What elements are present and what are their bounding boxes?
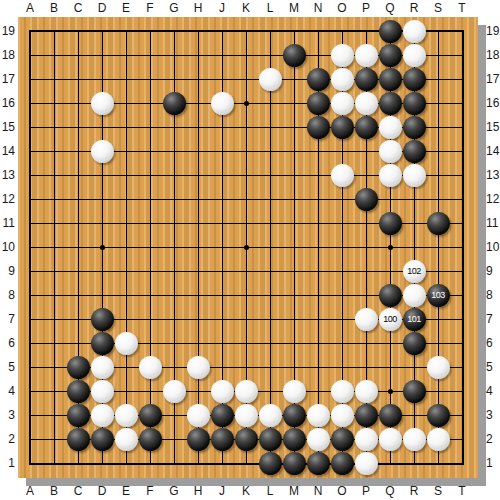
- coord-label-bottom-B: B: [42, 484, 66, 498]
- coord-label-right-15: 15: [486, 120, 500, 134]
- white-stone-R19: [403, 20, 426, 43]
- white-stone-P7: [355, 308, 378, 331]
- coord-label-right-7: 7: [486, 312, 500, 326]
- black-stone-J3: [211, 404, 234, 427]
- black-stone-M18: [283, 44, 306, 67]
- white-stone-E6: [115, 332, 138, 355]
- white-stone-E3: [115, 404, 138, 427]
- coord-label-top-L: L: [258, 1, 282, 15]
- coord-label-bottom-S: S: [426, 484, 450, 498]
- black-stone-Q18: [379, 44, 402, 67]
- coord-label-bottom-M: M: [282, 484, 306, 498]
- black-stone-Q8: [379, 284, 402, 307]
- black-stone-N15: [307, 116, 330, 139]
- black-stone-S8: 103: [427, 284, 450, 307]
- grid-line-vertical: [270, 31, 271, 464]
- coord-label-bottom-C: C: [66, 484, 90, 498]
- black-stone-P15: [355, 116, 378, 139]
- coord-label-right-13: 13: [486, 168, 500, 182]
- black-stone-L2: [259, 428, 282, 451]
- white-stone-O16: [331, 92, 354, 115]
- coord-label-bottom-A: A: [18, 484, 42, 498]
- black-stone-R6: [403, 332, 426, 355]
- black-stone-Q11: [379, 212, 402, 235]
- coord-label-right-5: 5: [486, 360, 500, 374]
- coord-label-bottom-P: P: [354, 484, 378, 498]
- coord-label-left-12: 12: [0, 192, 15, 206]
- white-stone-E2: [115, 428, 138, 451]
- black-stone-S11: [427, 212, 450, 235]
- white-stone-S2: [427, 428, 450, 451]
- black-stone-Q19: [379, 20, 402, 43]
- coord-label-left-5: 5: [0, 360, 15, 374]
- coord-label-top-C: C: [66, 1, 90, 15]
- black-stone-Q3: [379, 404, 402, 427]
- black-stone-C5: [67, 356, 90, 379]
- coord-label-top-E: E: [114, 1, 138, 15]
- coord-label-bottom-J: J: [210, 484, 234, 498]
- white-stone-H3: [187, 404, 210, 427]
- coord-label-right-14: 14: [486, 144, 500, 158]
- grid-line-vertical: [462, 31, 463, 464]
- white-stone-R18: [403, 44, 426, 67]
- black-stone-M1: [283, 452, 306, 475]
- coord-label-left-7: 7: [0, 312, 15, 326]
- coord-label-bottom-T: T: [450, 484, 474, 498]
- black-stone-R4: [403, 380, 426, 403]
- coord-label-top-A: A: [18, 1, 42, 15]
- star-point: [388, 389, 393, 394]
- coord-label-top-Q: Q: [378, 1, 402, 15]
- coord-label-bottom-Q: Q: [378, 484, 402, 498]
- white-stone-O18: [331, 44, 354, 67]
- coord-label-right-4: 4: [486, 384, 500, 398]
- coord-label-left-18: 18: [0, 48, 15, 62]
- black-stone-C3: [67, 404, 90, 427]
- coord-label-top-G: G: [162, 1, 186, 15]
- white-stone-K4: [235, 380, 258, 403]
- black-stone-D2: [91, 428, 114, 451]
- star-point: [388, 245, 393, 250]
- white-stone-P18: [355, 44, 378, 67]
- white-stone-P4: [355, 380, 378, 403]
- white-stone-D16: [91, 92, 114, 115]
- coord-label-bottom-D: D: [90, 484, 114, 498]
- coord-label-right-3: 3: [486, 408, 500, 422]
- coord-label-bottom-O: O: [330, 484, 354, 498]
- white-stone-G4: [163, 380, 186, 403]
- coord-label-bottom-F: F: [138, 484, 162, 498]
- black-stone-L1: [259, 452, 282, 475]
- coord-label-left-11: 11: [0, 216, 15, 230]
- black-stone-P12: [355, 188, 378, 211]
- coord-label-left-6: 6: [0, 336, 15, 350]
- coord-label-bottom-L: L: [258, 484, 282, 498]
- coord-label-left-19: 19: [0, 24, 15, 38]
- coord-label-bottom-K: K: [234, 484, 258, 498]
- coord-label-left-9: 9: [0, 264, 15, 278]
- coord-label-top-T: T: [450, 1, 474, 15]
- white-stone-D3: [91, 404, 114, 427]
- white-stone-R13: [403, 164, 426, 187]
- white-stone-P16: [355, 92, 378, 115]
- coord-label-right-17: 17: [486, 72, 500, 86]
- black-stone-Q16: [379, 92, 402, 115]
- move-number-label: 103: [431, 291, 445, 300]
- black-stone-M3: [283, 404, 306, 427]
- coord-label-left-4: 4: [0, 384, 15, 398]
- coord-label-left-17: 17: [0, 72, 15, 86]
- black-stone-N17: [307, 68, 330, 91]
- black-stone-F2: [139, 428, 162, 451]
- star-point: [244, 245, 249, 250]
- coord-label-bottom-E: E: [114, 484, 138, 498]
- grid-line-horizontal: [30, 271, 463, 272]
- coord-label-left-15: 15: [0, 120, 15, 134]
- move-number-label: 100: [383, 315, 397, 324]
- black-stone-R7: 101: [403, 308, 426, 331]
- coord-label-right-16: 16: [486, 96, 500, 110]
- black-stone-R17: [403, 68, 426, 91]
- black-stone-M2: [283, 428, 306, 451]
- coord-label-left-16: 16: [0, 96, 15, 110]
- white-stone-O17: [331, 68, 354, 91]
- coord-label-right-6: 6: [486, 336, 500, 350]
- coord-label-bottom-H: H: [186, 484, 210, 498]
- black-stone-S3: [427, 404, 450, 427]
- coord-label-right-10: 10: [486, 240, 500, 254]
- coord-label-right-19: 19: [486, 24, 500, 38]
- coord-label-top-B: B: [42, 1, 66, 15]
- white-stone-D4: [91, 380, 114, 403]
- white-stone-P1: [355, 452, 378, 475]
- white-stone-L17: [259, 68, 282, 91]
- star-point: [244, 101, 249, 106]
- black-stone-P17: [355, 68, 378, 91]
- black-stone-R14: [403, 140, 426, 163]
- white-stone-J4: [211, 380, 234, 403]
- white-stone-N2: [307, 428, 330, 451]
- white-stone-O13: [331, 164, 354, 187]
- coord-label-top-R: R: [402, 1, 426, 15]
- black-stone-R16: [403, 92, 426, 115]
- grid-line-vertical: [438, 31, 439, 464]
- coord-label-bottom-G: G: [162, 484, 186, 498]
- black-stone-F3: [139, 404, 162, 427]
- white-stone-N3: [307, 404, 330, 427]
- white-stone-Q7: 100: [379, 308, 402, 331]
- coord-label-left-8: 8: [0, 288, 15, 302]
- white-stone-F5: [139, 356, 162, 379]
- coord-label-top-P: P: [354, 1, 378, 15]
- white-stone-P2: [355, 428, 378, 451]
- white-stone-M4: [283, 380, 306, 403]
- white-stone-J16: [211, 92, 234, 115]
- white-stone-K3: [235, 404, 258, 427]
- black-stone-J2: [211, 428, 234, 451]
- coord-label-right-11: 11: [486, 216, 500, 230]
- move-number-label: 102: [407, 267, 421, 276]
- white-stone-H5: [187, 356, 210, 379]
- coord-label-top-H: H: [186, 1, 210, 15]
- black-stone-O1: [331, 452, 354, 475]
- coord-label-top-F: F: [138, 1, 162, 15]
- black-stone-O15: [331, 116, 354, 139]
- coord-label-left-1: 1: [0, 456, 15, 470]
- black-stone-O2: [331, 428, 354, 451]
- coord-label-right-9: 9: [486, 264, 500, 278]
- grid-line-horizontal: [30, 463, 463, 464]
- coord-label-top-M: M: [282, 1, 306, 15]
- black-stone-Q17: [379, 68, 402, 91]
- coord-label-right-1: 1: [486, 456, 500, 470]
- black-stone-D7: [91, 308, 114, 331]
- coord-label-right-2: 2: [486, 432, 500, 446]
- coord-label-bottom-R: R: [402, 484, 426, 498]
- white-stone-R9: 102: [403, 260, 426, 283]
- move-number-label: 101: [407, 315, 421, 324]
- coord-label-right-18: 18: [486, 48, 500, 62]
- coord-label-top-S: S: [426, 1, 450, 15]
- page: ABCDEFGHJKLMNOPQRST ABCDEFGHJKLMNOPQRST …: [0, 0, 500, 500]
- coord-label-left-3: 3: [0, 408, 15, 422]
- black-stone-N1: [307, 452, 330, 475]
- coord-label-right-12: 12: [486, 192, 500, 206]
- white-stone-O3: [331, 404, 354, 427]
- black-stone-C2: [67, 428, 90, 451]
- white-stone-S5: [427, 356, 450, 379]
- black-stone-D6: [91, 332, 114, 355]
- coord-label-left-10: 10: [0, 240, 15, 254]
- white-stone-Q13: [379, 164, 402, 187]
- white-stone-Q14: [379, 140, 402, 163]
- star-point: [100, 245, 105, 250]
- black-stone-P3: [355, 404, 378, 427]
- white-stone-D5: [91, 356, 114, 379]
- coord-label-top-N: N: [306, 1, 330, 15]
- white-stone-D14: [91, 140, 114, 163]
- white-stone-Q2: [379, 428, 402, 451]
- coord-label-left-13: 13: [0, 168, 15, 182]
- go-board[interactable]: 102103100101: [18, 17, 478, 478]
- white-stone-O4: [331, 380, 354, 403]
- black-stone-G16: [163, 92, 186, 115]
- coord-label-top-D: D: [90, 1, 114, 15]
- white-stone-R8: [403, 284, 426, 307]
- coord-label-left-2: 2: [0, 432, 15, 446]
- black-stone-H2: [187, 428, 210, 451]
- coord-label-top-J: J: [210, 1, 234, 15]
- black-stone-C4: [67, 380, 90, 403]
- coord-label-bottom-N: N: [306, 484, 330, 498]
- black-stone-R15: [403, 116, 426, 139]
- coord-label-top-O: O: [330, 1, 354, 15]
- coord-label-left-14: 14: [0, 144, 15, 158]
- black-stone-K2: [235, 428, 258, 451]
- coord-label-top-K: K: [234, 1, 258, 15]
- black-stone-N16: [307, 92, 330, 115]
- coord-label-right-8: 8: [486, 288, 500, 302]
- white-stone-R2: [403, 428, 426, 451]
- white-stone-Q15: [379, 116, 402, 139]
- white-stone-L3: [259, 404, 282, 427]
